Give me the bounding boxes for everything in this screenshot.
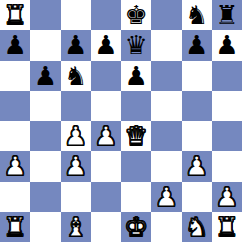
black-pawn-icon: ♟	[124, 63, 147, 89]
square-d4[interactable]: ♟	[91, 121, 121, 151]
white-king-icon: ♚	[124, 214, 147, 240]
black-king-icon: ♚	[124, 2, 147, 28]
square-b4[interactable]	[30, 121, 60, 151]
square-f8[interactable]	[151, 0, 181, 30]
white-rook-icon: ♜	[3, 2, 26, 28]
white-queen-icon: ♛	[124, 123, 147, 149]
square-h2[interactable]: ♟	[212, 182, 242, 212]
square-f4[interactable]	[151, 121, 181, 151]
square-h7[interactable]: ♟	[212, 30, 242, 60]
square-b6[interactable]: ♟	[30, 61, 60, 91]
square-c3[interactable]: ♟	[61, 151, 91, 181]
square-b1[interactable]	[30, 212, 60, 242]
square-e3[interactable]	[121, 151, 151, 181]
square-a7[interactable]: ♟	[0, 30, 30, 60]
square-c4[interactable]: ♟	[61, 121, 91, 151]
square-g4[interactable]	[182, 121, 212, 151]
square-h5[interactable]	[212, 91, 242, 121]
white-bishop-icon: ♝	[64, 214, 87, 240]
square-e7[interactable]: ♛	[121, 30, 151, 60]
black-rook-icon: ♜	[215, 2, 238, 28]
white-pawn-icon: ♟	[155, 184, 178, 210]
black-knight-icon: ♞	[185, 2, 208, 28]
square-g2[interactable]	[182, 182, 212, 212]
square-b8[interactable]	[30, 0, 60, 30]
square-b2[interactable]	[30, 182, 60, 212]
square-g1[interactable]: ♞	[182, 212, 212, 242]
square-d6[interactable]	[91, 61, 121, 91]
black-pawn-icon: ♟	[94, 32, 117, 58]
black-pawn-icon: ♟	[3, 32, 26, 58]
square-b7[interactable]	[30, 30, 60, 60]
square-f3[interactable]	[151, 151, 181, 181]
black-knight-icon: ♞	[64, 63, 87, 89]
black-pawn-icon: ♟	[185, 32, 208, 58]
square-c1[interactable]: ♝	[61, 212, 91, 242]
square-c6[interactable]: ♞	[61, 61, 91, 91]
square-a3[interactable]: ♟	[0, 151, 30, 181]
square-a1[interactable]: ♜	[0, 212, 30, 242]
square-h6[interactable]	[212, 61, 242, 91]
square-h4[interactable]	[212, 121, 242, 151]
square-a2[interactable]	[0, 182, 30, 212]
square-e8[interactable]: ♚	[121, 0, 151, 30]
white-rook-icon: ♜	[3, 214, 26, 240]
square-d8[interactable]	[91, 0, 121, 30]
square-d1[interactable]	[91, 212, 121, 242]
square-c5[interactable]	[61, 91, 91, 121]
square-e5[interactable]	[121, 91, 151, 121]
square-e2[interactable]	[121, 182, 151, 212]
square-e4[interactable]: ♛	[121, 121, 151, 151]
white-rook-icon: ♜	[215, 214, 238, 240]
square-d2[interactable]	[91, 182, 121, 212]
square-d7[interactable]: ♟	[91, 30, 121, 60]
square-e6[interactable]: ♟	[121, 61, 151, 91]
square-f1[interactable]	[151, 212, 181, 242]
square-f2[interactable]: ♟	[151, 182, 181, 212]
square-c8[interactable]	[61, 0, 91, 30]
square-g3[interactable]: ♟	[182, 151, 212, 181]
white-pawn-icon: ♟	[185, 153, 208, 179]
white-pawn-icon: ♟	[3, 153, 26, 179]
square-b5[interactable]	[30, 91, 60, 121]
square-d3[interactable]	[91, 151, 121, 181]
white-pawn-icon: ♟	[64, 123, 87, 149]
square-a6[interactable]	[0, 61, 30, 91]
white-pawn-icon: ♟	[64, 153, 87, 179]
square-f6[interactable]	[151, 61, 181, 91]
square-g7[interactable]: ♟	[182, 30, 212, 60]
square-a4[interactable]	[0, 121, 30, 151]
square-h1[interactable]: ♜	[212, 212, 242, 242]
square-g5[interactable]	[182, 91, 212, 121]
square-f7[interactable]	[151, 30, 181, 60]
white-pawn-icon: ♟	[215, 184, 238, 210]
square-h8[interactable]: ♜	[212, 0, 242, 30]
white-pawn-icon: ♟	[94, 123, 117, 149]
square-b3[interactable]	[30, 151, 60, 181]
black-queen-icon: ♛	[124, 32, 147, 58]
black-pawn-icon: ♟	[215, 32, 238, 58]
square-c2[interactable]	[61, 182, 91, 212]
square-e1[interactable]: ♚	[121, 212, 151, 242]
white-knight-icon: ♞	[185, 214, 208, 240]
black-pawn-icon: ♟	[34, 63, 57, 89]
square-f5[interactable]	[151, 91, 181, 121]
square-a5[interactable]	[0, 91, 30, 121]
square-a8[interactable]: ♜	[0, 0, 30, 30]
square-g6[interactable]	[182, 61, 212, 91]
square-h3[interactable]	[212, 151, 242, 181]
square-d5[interactable]	[91, 91, 121, 121]
black-pawn-icon: ♟	[64, 32, 87, 58]
square-c7[interactable]: ♟	[61, 30, 91, 60]
chess-board: ♜♚♞♜♟♟♟♛♟♟♟♞♟♟♟♛♟♟♟♟♟♜♝♚♞♜	[0, 0, 242, 242]
square-g8[interactable]: ♞	[182, 0, 212, 30]
